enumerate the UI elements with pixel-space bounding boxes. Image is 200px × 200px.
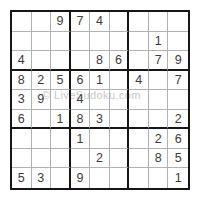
cell-r1c1[interactable]: [12, 12, 32, 32]
cell-r7c1[interactable]: [12, 129, 32, 149]
cell-r8c3[interactable]: [51, 149, 71, 169]
cell-r9c1[interactable]: 5: [12, 168, 32, 188]
cell-r1c9[interactable]: [168, 12, 188, 32]
cell-r5c3[interactable]: [51, 90, 71, 110]
cell-r6c5[interactable]: 3: [90, 110, 110, 130]
cell-r5c7[interactable]: [129, 90, 149, 110]
cell-r3c8[interactable]: 7: [149, 51, 169, 71]
cell-r4c1[interactable]: 8: [12, 71, 32, 91]
cell-r6c7[interactable]: [129, 110, 149, 130]
cell-r2c3[interactable]: [51, 32, 71, 52]
cell-r1c7[interactable]: [129, 12, 149, 32]
cell-r4c8[interactable]: [149, 71, 169, 91]
cell-r9c9[interactable]: 1: [168, 168, 188, 188]
cell-r7c8[interactable]: 2: [149, 129, 169, 149]
cell-r5c9[interactable]: [168, 90, 188, 110]
cell-r9c2[interactable]: 3: [32, 168, 52, 188]
cell-r6c3[interactable]: 1: [51, 110, 71, 130]
cell-r7c7[interactable]: [129, 129, 149, 149]
cell-r3c4[interactable]: [71, 51, 91, 71]
cell-r4c9[interactable]: 7: [168, 71, 188, 91]
cell-r5c5[interactable]: [90, 90, 110, 110]
cell-r7c4[interactable]: 1: [71, 129, 91, 149]
cell-r9c3[interactable]: [51, 168, 71, 188]
cell-r1c6[interactable]: [110, 12, 130, 32]
cell-r7c2[interactable]: [32, 129, 52, 149]
cell-r2c7[interactable]: [129, 32, 149, 52]
cell-r3c7[interactable]: [129, 51, 149, 71]
cell-r1c4[interactable]: 7: [71, 12, 91, 32]
cell-r4c6[interactable]: [110, 71, 130, 91]
cell-r4c7[interactable]: 4: [129, 71, 149, 91]
cell-r5c6[interactable]: [110, 90, 130, 110]
cell-r2c6[interactable]: [110, 32, 130, 52]
cell-r8c8[interactable]: 8: [149, 149, 169, 169]
cell-r1c3[interactable]: 9: [51, 12, 71, 32]
cell-r6c6[interactable]: [110, 110, 130, 130]
cell-r7c6[interactable]: [110, 129, 130, 149]
sudoku-page: © LiveSudoku.com 97414867982561473946183…: [0, 0, 200, 200]
sudoku-board: 9741486798256147394618321262855391: [10, 10, 190, 190]
cell-r2c9[interactable]: [168, 32, 188, 52]
cell-r9c5[interactable]: [90, 168, 110, 188]
cell-r6c4[interactable]: 8: [71, 110, 91, 130]
cell-r9c8[interactable]: [149, 168, 169, 188]
cell-r1c5[interactable]: 4: [90, 12, 110, 32]
cell-r3c9[interactable]: 9: [168, 51, 188, 71]
cell-r1c8[interactable]: [149, 12, 169, 32]
cell-r6c8[interactable]: [149, 110, 169, 130]
cell-r5c2[interactable]: 9: [32, 90, 52, 110]
cell-r9c7[interactable]: [129, 168, 149, 188]
cell-r4c5[interactable]: 1: [90, 71, 110, 91]
cell-r3c3[interactable]: [51, 51, 71, 71]
cell-r2c1[interactable]: [12, 32, 32, 52]
cell-r5c4[interactable]: 4: [71, 90, 91, 110]
cell-r2c2[interactable]: [32, 32, 52, 52]
cell-r8c2[interactable]: [32, 149, 52, 169]
cell-r3c5[interactable]: 8: [90, 51, 110, 71]
cell-r3c1[interactable]: 4: [12, 51, 32, 71]
cell-r7c9[interactable]: 6: [168, 129, 188, 149]
cell-r8c7[interactable]: [129, 149, 149, 169]
cell-r4c2[interactable]: 2: [32, 71, 52, 91]
cell-r3c2[interactable]: [32, 51, 52, 71]
cell-r6c9[interactable]: 2: [168, 110, 188, 130]
cell-r3c6[interactable]: 6: [110, 51, 130, 71]
cell-r5c8[interactable]: [149, 90, 169, 110]
cell-r8c6[interactable]: [110, 149, 130, 169]
cell-r6c2[interactable]: [32, 110, 52, 130]
cell-r7c3[interactable]: [51, 129, 71, 149]
cell-r7c5[interactable]: [90, 129, 110, 149]
cell-r2c5[interactable]: [90, 32, 110, 52]
cell-r2c8[interactable]: 1: [149, 32, 169, 52]
cell-r8c5[interactable]: 2: [90, 149, 110, 169]
cell-r5c1[interactable]: 3: [12, 90, 32, 110]
cell-r1c2[interactable]: [32, 12, 52, 32]
cell-r4c3[interactable]: 5: [51, 71, 71, 91]
cell-r4c4[interactable]: 6: [71, 71, 91, 91]
cell-r9c6[interactable]: [110, 168, 130, 188]
cell-r8c1[interactable]: [12, 149, 32, 169]
cell-r8c4[interactable]: [71, 149, 91, 169]
cell-r6c1[interactable]: 6: [12, 110, 32, 130]
cell-r8c9[interactable]: 5: [168, 149, 188, 169]
cell-r9c4[interactable]: 9: [71, 168, 91, 188]
cell-r2c4[interactable]: [71, 32, 91, 52]
